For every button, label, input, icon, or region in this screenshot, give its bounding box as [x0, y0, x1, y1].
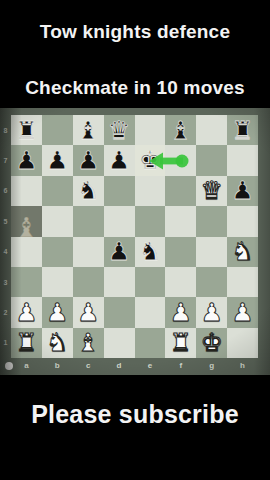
square-b8[interactable] [42, 115, 73, 145]
square-b7[interactable]: ♟ [42, 145, 73, 175]
square-a7[interactable]: ♟ [11, 145, 42, 175]
subscribe-text: Please subscribe [0, 400, 270, 429]
square-f1[interactable]: ♜ [165, 328, 196, 358]
square-d4[interactable]: ♟ [104, 237, 135, 267]
rank-labels: 87654321 [0, 115, 11, 358]
square-a6[interactable] [11, 176, 42, 206]
rank-label-6: 6 [0, 176, 11, 206]
square-g1[interactable]: ♚ [196, 328, 227, 358]
square-g7[interactable] [196, 145, 227, 175]
piece-white-knight-b1[interactable]: ♞ [42, 328, 73, 358]
piece-white-queen-g6[interactable]: ♛ [196, 176, 227, 206]
square-f4[interactable] [165, 237, 196, 267]
square-h6[interactable]: ♟ [227, 176, 258, 206]
square-f5[interactable] [165, 206, 196, 236]
piece-black-king-e7[interactable]: ♚ [135, 145, 166, 175]
square-h3[interactable] [227, 267, 258, 297]
piece-white-pawn-b2[interactable]: ♟ [42, 297, 73, 327]
piece-white-rook-f1[interactable]: ♜ [165, 328, 196, 358]
square-c4[interactable] [73, 237, 104, 267]
square-h5[interactable] [227, 206, 258, 236]
square-c8[interactable]: ♝ [73, 115, 104, 145]
square-e7[interactable]: ♚ [135, 145, 166, 175]
square-a8[interactable]: ♜ [11, 115, 42, 145]
file-label-d: d [104, 358, 135, 374]
square-c3[interactable] [73, 267, 104, 297]
square-c1[interactable]: ♝ [73, 328, 104, 358]
rank-label-5: 5 [0, 206, 11, 236]
piece-white-pawn-g2[interactable]: ♟ [196, 297, 227, 327]
square-d8[interactable]: ♛ [104, 115, 135, 145]
square-f7[interactable] [165, 145, 196, 175]
piece-black-pawn-d7[interactable]: ♟ [104, 145, 135, 175]
square-g4[interactable] [196, 237, 227, 267]
piece-black-rook-a8[interactable]: ♜ [11, 115, 42, 145]
file-label-h: h [227, 358, 258, 374]
square-e8[interactable] [135, 115, 166, 145]
square-c7[interactable]: ♟ [73, 145, 104, 175]
piece-white-pawn-a2[interactable]: ♟ [11, 297, 42, 327]
square-a2[interactable]: ♟ [11, 297, 42, 327]
rank-label-2: 2 [0, 297, 11, 327]
file-label-c: c [73, 358, 104, 374]
square-b3[interactable] [42, 267, 73, 297]
square-d6[interactable] [104, 176, 135, 206]
file-label-a: a [11, 358, 42, 374]
piece-black-pawn-a7[interactable]: ♟ [11, 145, 42, 175]
square-b1[interactable]: ♞ [42, 328, 73, 358]
piece-white-bishop-c1[interactable]: ♝ [73, 328, 104, 358]
square-a1[interactable]: ♜ [11, 328, 42, 358]
square-d5[interactable] [104, 206, 135, 236]
square-b6[interactable] [42, 176, 73, 206]
square-e2[interactable] [135, 297, 166, 327]
piece-white-knight-h4[interactable]: ♞ [227, 237, 258, 267]
square-b2[interactable]: ♟ [42, 297, 73, 327]
piece-white-pawn-f2[interactable]: ♟ [165, 297, 196, 327]
square-h2[interactable]: ♟ [227, 297, 258, 327]
board[interactable]: ♜♝♛♝♜♟♟♟♟♚♞♛♟♝♟♞♞♟♟♟♟♟♟♜♞♝♜♚ [11, 115, 258, 358]
rank-label-1: 1 [0, 328, 11, 358]
square-b4[interactable] [42, 237, 73, 267]
square-f3[interactable] [165, 267, 196, 297]
file-labels: abcdefgh [11, 358, 258, 374]
square-a5[interactable]: ♝ [11, 206, 42, 236]
piece-black-bishop-c8[interactable]: ♝ [73, 115, 104, 145]
piece-black-knight-c6[interactable]: ♞ [73, 176, 104, 206]
puzzle-subtitle: Checkmate in 10 moves [0, 77, 270, 99]
turn-indicator-dot [5, 362, 13, 370]
file-label-g: g [196, 358, 227, 374]
square-e5[interactable] [135, 206, 166, 236]
piece-black-queen-d8[interactable]: ♛ [104, 115, 135, 145]
square-f6[interactable] [165, 176, 196, 206]
video-frame: Tow knights defence Checkmate in 10 move… [0, 0, 270, 480]
square-h7[interactable] [227, 145, 258, 175]
file-label-e: e [135, 358, 166, 374]
square-h8[interactable]: ♜ [227, 115, 258, 145]
square-e1[interactable] [135, 328, 166, 358]
piece-white-pawn-c2[interactable]: ♟ [73, 297, 104, 327]
square-f8[interactable]: ♝ [165, 115, 196, 145]
square-f2[interactable]: ♟ [165, 297, 196, 327]
square-c6[interactable]: ♞ [73, 176, 104, 206]
square-e4[interactable]: ♞ [135, 237, 166, 267]
piece-white-pawn-h2[interactable]: ♟ [227, 297, 258, 327]
square-d3[interactable] [104, 267, 135, 297]
square-d2[interactable] [104, 297, 135, 327]
square-h1[interactable] [227, 328, 258, 358]
square-c2[interactable]: ♟ [73, 297, 104, 327]
square-b5[interactable] [42, 206, 73, 236]
square-c5[interactable] [73, 206, 104, 236]
square-e3[interactable] [135, 267, 166, 297]
square-e6[interactable] [135, 176, 166, 206]
square-d1[interactable] [104, 328, 135, 358]
square-g5[interactable] [196, 206, 227, 236]
chess-board-panel: 87654321 ♜♝♛♝♜♟♟♟♟♚♞♛♟♝♟♞♞♟♟♟♟♟♟♜♞♝♜♚ ab… [0, 108, 270, 375]
square-h4[interactable]: ♞ [227, 237, 258, 267]
opening-title: Tow knights defence [0, 21, 270, 43]
square-a4[interactable] [11, 237, 42, 267]
square-g8[interactable] [196, 115, 227, 145]
rank-label-3: 3 [0, 267, 11, 297]
file-label-f: f [165, 358, 196, 374]
piece-black-bishop-f8[interactable]: ♝ [165, 115, 196, 145]
square-g2[interactable]: ♟ [196, 297, 227, 327]
piece-white-king-g1[interactable]: ♚ [196, 328, 227, 358]
square-g6[interactable]: ♛ [196, 176, 227, 206]
file-label-b: b [42, 358, 73, 374]
rank-label-4: 4 [0, 237, 11, 267]
piece-black-pawn-b7[interactable]: ♟ [42, 145, 73, 175]
piece-black-pawn-h6[interactable]: ♟ [227, 176, 258, 206]
piece-white-rook-a1[interactable]: ♜ [11, 328, 42, 358]
square-d7[interactable]: ♟ [104, 145, 135, 175]
piece-black-pawn-c7[interactable]: ♟ [73, 145, 104, 175]
piece-black-pawn-d4[interactable]: ♟ [104, 237, 135, 267]
square-a3[interactable] [11, 267, 42, 297]
rank-label-8: 8 [0, 115, 11, 145]
rank-label-7: 7 [0, 145, 11, 175]
piece-black-rook-h8[interactable]: ♜ [227, 115, 258, 145]
square-g3[interactable] [196, 267, 227, 297]
piece-black-knight-e4[interactable]: ♞ [135, 237, 166, 267]
